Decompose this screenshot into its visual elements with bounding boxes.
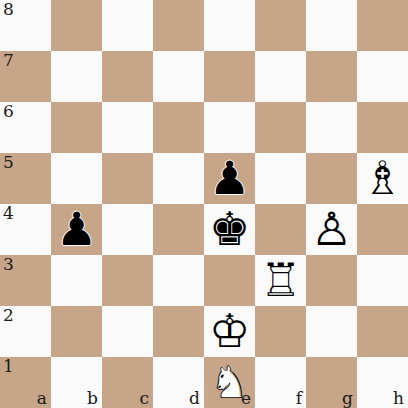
file-label-b: b: [87, 390, 98, 407]
white-rook-glyph: ♖: [255, 255, 306, 306]
square-f6[interactable]: [255, 102, 306, 153]
square-d5[interactable]: [153, 153, 204, 204]
black-pawn-glyph: ♟: [51, 204, 102, 255]
square-b5[interactable]: [51, 153, 102, 204]
square-f4[interactable]: [255, 204, 306, 255]
white-king[interactable]: ♚♔: [204, 306, 255, 357]
rank-label-2: 2: [3, 307, 14, 325]
square-a5[interactable]: 5: [0, 153, 51, 204]
square-e3[interactable]: [204, 255, 255, 306]
square-b8[interactable]: [51, 0, 102, 51]
square-g6[interactable]: [306, 102, 357, 153]
square-b4[interactable]: ♟: [51, 204, 102, 255]
rank-label-4: 4: [3, 205, 14, 223]
square-c2[interactable]: [102, 306, 153, 357]
black-pawn-glyph: ♟: [204, 153, 255, 204]
square-d2[interactable]: [153, 306, 204, 357]
square-d7[interactable]: [153, 51, 204, 102]
square-b2[interactable]: [51, 306, 102, 357]
rank-label-8: 8: [3, 1, 14, 19]
square-h1[interactable]: h: [357, 357, 408, 408]
square-e1[interactable]: e♞♘: [204, 357, 255, 408]
square-e2[interactable]: ♚♔: [204, 306, 255, 357]
square-a2[interactable]: 2: [0, 306, 51, 357]
square-g4[interactable]: ♟♙: [306, 204, 357, 255]
rank-label-1: 1: [3, 358, 14, 376]
square-a1[interactable]: 1a: [0, 357, 51, 408]
file-label-a: a: [37, 390, 47, 407]
black-king-glyph: ♚: [204, 204, 255, 255]
white-pawn[interactable]: ♟♙: [306, 204, 357, 255]
square-e4[interactable]: ♚: [204, 204, 255, 255]
square-e8[interactable]: [204, 0, 255, 51]
square-b7[interactable]: [51, 51, 102, 102]
file-label-d: d: [189, 390, 200, 407]
square-h3[interactable]: [357, 255, 408, 306]
square-h8[interactable]: [357, 0, 408, 51]
square-e7[interactable]: [204, 51, 255, 102]
file-label-g: g: [342, 390, 353, 407]
square-a3[interactable]: 3: [0, 255, 51, 306]
square-d6[interactable]: [153, 102, 204, 153]
square-b6[interactable]: [51, 102, 102, 153]
square-d8[interactable]: [153, 0, 204, 51]
square-c6[interactable]: [102, 102, 153, 153]
square-g2[interactable]: [306, 306, 357, 357]
square-e5[interactable]: ♟: [204, 153, 255, 204]
square-d4[interactable]: [153, 204, 204, 255]
square-h4[interactable]: [357, 204, 408, 255]
square-e6[interactable]: [204, 102, 255, 153]
square-g3[interactable]: [306, 255, 357, 306]
square-f7[interactable]: [255, 51, 306, 102]
square-f5[interactable]: [255, 153, 306, 204]
square-d3[interactable]: [153, 255, 204, 306]
square-h2[interactable]: [357, 306, 408, 357]
white-rook[interactable]: ♜♖: [255, 255, 306, 306]
square-c1[interactable]: c: [102, 357, 153, 408]
black-king[interactable]: ♚: [204, 204, 255, 255]
chess-board: 8765♟♝♗4♟♚♟♙3♜♖2♚♔1abcde♞♘fgh: [0, 0, 408, 408]
file-label-h: h: [393, 390, 404, 407]
file-label-f: f: [296, 390, 302, 407]
square-h7[interactable]: [357, 51, 408, 102]
white-bishop[interactable]: ♝♗: [357, 153, 408, 204]
square-f1[interactable]: f: [255, 357, 306, 408]
square-g7[interactable]: [306, 51, 357, 102]
square-c7[interactable]: [102, 51, 153, 102]
file-label-c: c: [139, 390, 149, 407]
white-king-glyph: ♔: [204, 306, 255, 357]
square-h6[interactable]: [357, 102, 408, 153]
rank-label-6: 6: [3, 103, 14, 121]
square-c3[interactable]: [102, 255, 153, 306]
black-pawn[interactable]: ♟: [204, 153, 255, 204]
square-h5[interactable]: ♝♗: [357, 153, 408, 204]
white-knight-glyph: ♘: [204, 357, 255, 408]
square-f8[interactable]: [255, 0, 306, 51]
square-a6[interactable]: 6: [0, 102, 51, 153]
square-a7[interactable]: 7: [0, 51, 51, 102]
square-f3[interactable]: ♜♖: [255, 255, 306, 306]
square-g1[interactable]: g: [306, 357, 357, 408]
square-b1[interactable]: b: [51, 357, 102, 408]
square-c8[interactable]: [102, 0, 153, 51]
square-b3[interactable]: [51, 255, 102, 306]
square-a4[interactable]: 4: [0, 204, 51, 255]
square-a8[interactable]: 8: [0, 0, 51, 51]
square-c4[interactable]: [102, 204, 153, 255]
black-pawn[interactable]: ♟: [51, 204, 102, 255]
square-c5[interactable]: [102, 153, 153, 204]
white-pawn-glyph: ♙: [306, 204, 357, 255]
rank-label-3: 3: [3, 256, 14, 274]
square-g5[interactable]: [306, 153, 357, 204]
square-d1[interactable]: d: [153, 357, 204, 408]
rank-label-7: 7: [3, 52, 14, 70]
square-g8[interactable]: [306, 0, 357, 51]
square-f2[interactable]: [255, 306, 306, 357]
rank-label-5: 5: [3, 154, 14, 172]
white-knight[interactable]: ♞♘: [204, 357, 255, 408]
white-bishop-glyph: ♗: [357, 153, 408, 204]
